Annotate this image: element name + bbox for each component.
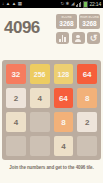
high-score-label: HIGH SCORE: [79, 16, 100, 20]
tile-64: 64: [54, 88, 74, 108]
warning-icon: ▲: [6, 0, 10, 8]
status-bar-right-icons: ↻ ✱ ◢ 22:14: [60, 0, 101, 8]
header: 4096 SCORE 3268 HIGH SCORE 3268 ↺: [0, 8, 103, 56]
leaderboard-button[interactable]: [56, 32, 69, 44]
restart-icon: ↺: [90, 34, 98, 43]
score-box: SCORE 3268: [56, 14, 77, 29]
bluetooth-icon: ✱: [66, 0, 70, 8]
status-bar: ↓ ▲ ▲ ▦ ↻ ✱ ◢ 22:14: [0, 0, 103, 8]
status-bar-clock: 22:14: [89, 0, 101, 8]
header-right: SCORE 3268 HIGH SCORE 3268 ↺: [56, 13, 100, 56]
empty-cell: [30, 112, 50, 132]
empty-cell: [30, 136, 50, 156]
tile-2: 2: [77, 112, 97, 132]
tile-4: 4: [54, 136, 74, 156]
person-icon: [75, 35, 82, 42]
instructions-text: Join the numbers and get to the 4096 til…: [0, 165, 103, 170]
bar-chart-icon: [59, 35, 65, 42]
tile-256: 256: [30, 64, 50, 84]
header-buttons: ↺: [56, 32, 100, 44]
sync-icon: ↻: [60, 0, 64, 8]
sim-icon: ▦: [18, 0, 22, 8]
board[interactable]: 3225612864246484824: [2, 60, 101, 160]
score-boxes: SCORE 3268 HIGH SCORE 3268: [56, 14, 100, 29]
empty-cell: [77, 136, 97, 156]
achievements-button[interactable]: [72, 32, 85, 44]
signal-bars-icon: [76, 2, 82, 7]
usb-icon: ↓: [2, 0, 4, 8]
tile-4: 4: [6, 112, 26, 132]
game-title: 4096: [4, 18, 40, 56]
status-bar-left-icons: ↓ ▲ ▲ ▦: [2, 0, 22, 8]
tile-8: 8: [54, 112, 74, 132]
restart-button[interactable]: ↺: [87, 32, 100, 44]
battery-icon: [83, 1, 88, 8]
tile-32: 32: [6, 64, 26, 84]
roaming-icon: ◢: [71, 0, 74, 8]
high-score-value: 3268: [79, 20, 100, 28]
tile-8: 8: [77, 88, 97, 108]
score-value: 3268: [56, 20, 77, 28]
warning-icon: ▲: [12, 0, 16, 8]
tile-128: 128: [54, 64, 74, 84]
tile-2: 2: [6, 88, 26, 108]
empty-cell: [6, 136, 26, 156]
high-score-box: HIGH SCORE 3268: [79, 14, 100, 29]
tile-4: 4: [30, 88, 50, 108]
tile-64: 64: [77, 64, 97, 84]
